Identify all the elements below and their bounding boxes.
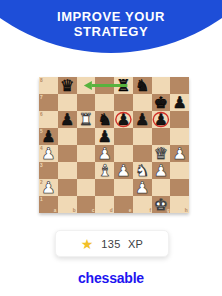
xp-badge: ★ 135 XP (55, 230, 169, 257)
square-a1[interactable]: 1a (39, 196, 58, 213)
white-knight-f3[interactable]: ♞ (133, 162, 152, 179)
square-e1[interactable]: e (114, 196, 133, 213)
square-c7[interactable] (77, 94, 96, 111)
square-c1[interactable]: c (77, 196, 96, 213)
file-label: a (54, 208, 57, 213)
file-label: f (149, 208, 151, 213)
square-h2[interactable] (170, 179, 189, 196)
rank-label: 3 (40, 163, 43, 168)
white-pawn-f2[interactable]: ♟ (133, 179, 152, 196)
square-b7[interactable] (58, 94, 77, 111)
banner-title-line1: IMPROVE YOUR (0, 9, 222, 24)
square-d7[interactable] (95, 94, 114, 111)
square-f1[interactable]: f (133, 196, 152, 213)
square-a3[interactable]: 3 (39, 162, 58, 179)
square-b2[interactable] (58, 179, 77, 196)
white-pawn-h4[interactable]: ♟ (170, 145, 189, 162)
file-label: b (73, 208, 76, 213)
black-knight-f8[interactable]: ♞ (133, 77, 152, 94)
rank-label: 8 (40, 78, 43, 83)
square-h5[interactable] (170, 128, 189, 145)
chess-board[interactable]: 87654321abcdefgh♛♜♞♚♟♟♜♞♟♟♟♟♟♟♟♛♟♝♟♞♟♟♟♚ (39, 77, 189, 213)
rank-label: 7 (40, 95, 43, 100)
square-a7[interactable]: 7 (39, 94, 58, 111)
black-knight-d6[interactable]: ♞ (95, 111, 114, 128)
white-bishop-d3[interactable]: ♝ (95, 162, 114, 179)
square-d2[interactable] (95, 179, 114, 196)
square-c5[interactable] (77, 128, 96, 145)
square-e7[interactable] (114, 94, 133, 111)
square-d1[interactable]: d (95, 196, 114, 213)
file-label: e (129, 208, 132, 213)
black-rook-e8[interactable]: ♜ (114, 77, 133, 94)
square-h3[interactable] (170, 162, 189, 179)
file-label: h (185, 208, 188, 213)
square-f4[interactable] (133, 145, 152, 162)
black-pawn-g6[interactable]: ♟ (152, 111, 171, 128)
square-f5[interactable] (133, 128, 152, 145)
white-queen-g4[interactable]: ♛ (152, 145, 171, 162)
white-pawn-g3[interactable]: ♟ (152, 162, 171, 179)
square-c2[interactable] (77, 179, 96, 196)
square-g5[interactable] (152, 128, 171, 145)
square-a8[interactable]: 8 (39, 77, 58, 94)
square-c3[interactable] (77, 162, 96, 179)
square-c4[interactable] (77, 145, 96, 162)
white-king-g1[interactable]: ♚ (152, 196, 171, 213)
square-f7[interactable] (133, 94, 152, 111)
square-b5[interactable] (58, 128, 77, 145)
square-e4[interactable] (114, 145, 133, 162)
white-pawn-d4[interactable]: ♟ (95, 145, 114, 162)
black-pawn-h7[interactable]: ♟ (170, 94, 189, 111)
square-b4[interactable] (58, 145, 77, 162)
black-pawn-e6[interactable]: ♟ (114, 111, 133, 128)
square-d8[interactable] (95, 77, 114, 94)
app-store-screenshot: IMPROVE YOUR STRATEGY 87654321abcdefgh♛♜… (0, 0, 222, 296)
black-pawn-d5[interactable]: ♟ (95, 128, 114, 145)
chessable-logo: chessable (0, 270, 222, 286)
black-pawn-a5[interactable]: ♟ (39, 128, 58, 145)
square-h8[interactable] (170, 77, 189, 94)
white-pawn-a2[interactable]: ♟ (39, 179, 58, 196)
white-pawn-a4[interactable]: ♟ (39, 145, 58, 162)
square-b1[interactable]: b (58, 196, 77, 213)
rank-label: 6 (40, 112, 43, 117)
black-king-g7[interactable]: ♚ (152, 94, 171, 111)
square-b3[interactable] (58, 162, 77, 179)
file-label: c (92, 208, 95, 213)
square-c8[interactable] (77, 77, 96, 94)
xp-label: 135 XP (101, 238, 143, 250)
white-pawn-e3[interactable]: ♟ (114, 162, 133, 179)
square-g2[interactable] (152, 179, 171, 196)
square-a6[interactable]: 6 (39, 111, 58, 128)
banner-title: IMPROVE YOUR STRATEGY (0, 9, 222, 39)
star-icon: ★ (81, 237, 94, 251)
square-h1[interactable]: h (170, 196, 189, 213)
black-pawn-b6[interactable]: ♟ (58, 111, 77, 128)
square-e5[interactable] (114, 128, 133, 145)
black-queen-b8[interactable]: ♛ (58, 77, 77, 94)
rank-label: 1 (40, 197, 43, 202)
black-pawn-f6[interactable]: ♟ (133, 111, 152, 128)
file-label: d (110, 208, 113, 213)
white-rook-c6[interactable]: ♜ (77, 111, 96, 128)
banner-title-line2: STRATEGY (0, 24, 222, 39)
square-e2[interactable] (114, 179, 133, 196)
square-g8[interactable] (152, 77, 171, 94)
square-h6[interactable] (170, 111, 189, 128)
